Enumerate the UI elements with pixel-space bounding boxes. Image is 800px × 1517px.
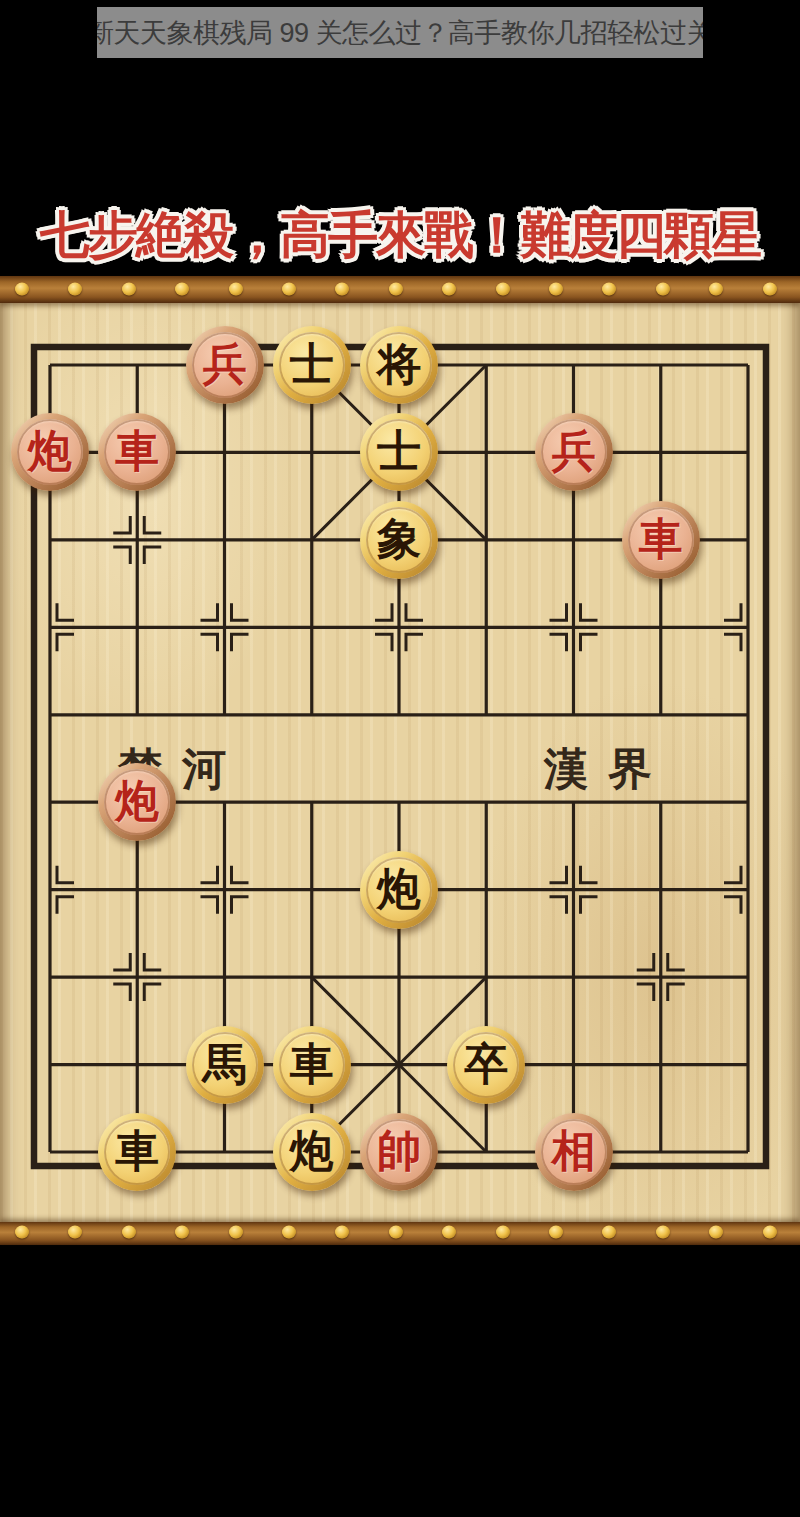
piece-black-elephant[interactable]: 象 [360,501,438,579]
piece-face: 兵 [541,419,607,485]
rivet [175,283,189,296]
piece-glyph: 象 [377,517,421,561]
piece-glyph: 馬 [203,1042,247,1086]
piece-red-elephant[interactable]: 相 [535,1113,613,1191]
piece-glyph: 車 [639,517,683,561]
rivet [496,1226,510,1239]
piece-red-cannon[interactable]: 炮 [11,413,89,491]
piece-face: 炮 [366,857,432,923]
rivet [229,1226,243,1239]
rivet [763,1226,777,1239]
rivet [15,1226,29,1239]
rivet [709,283,723,296]
piece-face: 車 [279,1032,345,1098]
piece-red-chariot[interactable]: 車 [98,413,176,491]
board-click-layer[interactable]: 兵士将炮車士兵象車炮炮馬車卒車炮帥相 [6,321,791,1195]
rivet [335,1226,349,1239]
piece-red-chariot[interactable]: 車 [622,501,700,579]
rivet [122,283,136,296]
piece-glyph: 士 [290,342,334,386]
piece-glyph: 兵 [552,429,596,473]
rivet [656,1226,670,1239]
piece-glyph: 兵 [203,342,247,386]
piece-glyph: 車 [115,429,159,473]
rivet [442,283,456,296]
rivet [175,1226,189,1239]
piece-face: 馬 [192,1032,258,1098]
rivet [602,283,616,296]
piece-face: 兵 [192,332,258,398]
rivet [282,283,296,296]
rivet [389,1226,403,1239]
rivet [68,283,82,296]
page-title: 新天天象棋残局 99 关怎么过？高手教你几招轻松过关 [97,15,703,51]
rivet [763,283,777,296]
piece-glyph: 将 [377,342,421,386]
rivet [389,283,403,296]
piece-face: 将 [366,332,432,398]
piece-glyph: 炮 [377,867,421,911]
rivet [68,1226,82,1239]
piece-face: 相 [541,1119,607,1185]
piece-face: 帥 [366,1119,432,1185]
rivet [656,283,670,296]
piece-red-cannon[interactable]: 炮 [98,763,176,841]
piece-face: 士 [279,332,345,398]
rivet [602,1226,616,1239]
banner-text: 七步絶殺，高手來戰！難度四顆星 [40,202,760,269]
piece-glyph: 車 [115,1129,159,1173]
piece-red-soldier[interactable]: 兵 [186,326,264,404]
piece-face: 士 [366,419,432,485]
piece-glyph: 卒 [464,1042,508,1086]
piece-face: 車 [104,1119,170,1185]
rivet [335,283,349,296]
xiangqi-board: 楚河 漢界 兵士将炮車士兵象車炮炮馬車卒車炮帥相 [0,276,800,1245]
piece-glyph: 炮 [290,1129,334,1173]
piece-black-advisor[interactable]: 士 [360,413,438,491]
rivet [122,1226,136,1239]
piece-face: 炮 [279,1119,345,1185]
rivet [229,283,243,296]
piece-black-horse[interactable]: 馬 [186,1026,264,1104]
piece-black-advisor[interactable]: 士 [273,326,351,404]
piece-glyph: 帥 [377,1129,421,1173]
piece-red-soldier[interactable]: 兵 [535,413,613,491]
piece-face: 車 [104,419,170,485]
rivet [442,1226,456,1239]
page-title-bar: 新天天象棋残局 99 关怎么过？高手教你几招轻松过关 [97,7,703,58]
page: { "page": { "title": "新天天象棋残局 99 关怎么过？高手… [0,0,800,1517]
piece-black-general[interactable]: 将 [360,326,438,404]
piece-face: 象 [366,507,432,573]
piece-face: 車 [628,507,694,573]
banner: 七步絶殺，高手來戰！難度四顆星 [0,198,800,272]
piece-face: 卒 [453,1032,519,1098]
piece-glyph: 相 [552,1129,596,1173]
piece-black-soldier[interactable]: 卒 [447,1026,525,1104]
piece-glyph: 車 [290,1042,334,1086]
piece-face: 炮 [104,769,170,835]
piece-glyph: 士 [377,429,421,473]
rivet [549,283,563,296]
piece-face: 炮 [17,419,83,485]
rivet [549,1226,563,1239]
rivet [709,1226,723,1239]
piece-black-cannon[interactable]: 炮 [273,1113,351,1191]
piece-black-chariot[interactable]: 車 [273,1026,351,1104]
piece-black-cannon[interactable]: 炮 [360,851,438,929]
piece-red-general[interactable]: 帥 [360,1113,438,1191]
piece-glyph: 炮 [115,779,159,823]
piece-glyph: 炮 [28,429,72,473]
rivet [15,283,29,296]
piece-black-chariot[interactable]: 車 [98,1113,176,1191]
rivet [282,1226,296,1239]
rivet [496,283,510,296]
